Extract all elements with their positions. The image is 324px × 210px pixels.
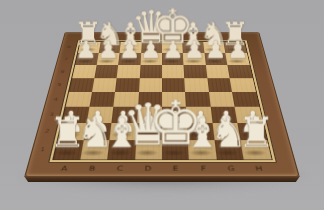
square-g5[interactable] <box>207 78 232 92</box>
square-f7[interactable] <box>183 53 206 65</box>
file-label-e: E <box>162 164 190 174</box>
square-g7[interactable] <box>204 53 227 65</box>
file-label-a: A <box>50 164 80 174</box>
square-a7[interactable] <box>75 53 99 65</box>
square-h8[interactable] <box>223 42 246 53</box>
square-h7[interactable] <box>225 53 249 65</box>
file-label-d: D <box>134 164 162 174</box>
square-f6[interactable] <box>184 65 207 78</box>
square-a5[interactable] <box>69 78 95 92</box>
square-d8[interactable] <box>141 42 162 53</box>
square-h5[interactable] <box>230 78 256 92</box>
square-b5[interactable] <box>92 78 117 92</box>
file-label-f: F <box>190 164 219 174</box>
square-g8[interactable] <box>203 42 225 53</box>
square-c5[interactable] <box>115 78 139 92</box>
square-b6[interactable] <box>94 65 118 78</box>
white-rook-icon: ♜ <box>238 113 275 154</box>
square-e8[interactable] <box>162 42 183 53</box>
square-e7[interactable] <box>162 53 184 65</box>
square-b7[interactable] <box>97 53 120 65</box>
board-near-edge <box>24 176 300 182</box>
square-c7[interactable] <box>118 53 141 65</box>
square-c8[interactable] <box>120 42 142 53</box>
piece-white-rook-h1[interactable]: ♜ <box>240 140 270 159</box>
square-h6[interactable] <box>227 65 252 78</box>
file-label-c: C <box>106 164 135 174</box>
square-d7[interactable] <box>140 53 162 65</box>
file-label-h: H <box>245 164 275 174</box>
square-b8[interactable] <box>99 42 121 53</box>
photo-canvas: ♜♞♝♛♚♝♞♜♟♟♟♟♟♟♟♟♟♟♟♟♟♟♟♟♜♞♝♛♚♝♞♜ ABCDEFG… <box>0 0 324 210</box>
file-label-g: G <box>217 164 246 174</box>
square-d6[interactable] <box>139 65 162 78</box>
square-c6[interactable] <box>117 65 140 78</box>
square-a6[interactable] <box>72 65 97 78</box>
chess-board: ♜♞♝♛♚♝♞♜♟♟♟♟♟♟♟♟♟♟♟♟♟♟♟♟♜♞♝♛♚♝♞♜ ABCDEFG… <box>24 32 300 177</box>
file-labels: ABCDEFGH <box>50 164 275 174</box>
square-g6[interactable] <box>206 65 230 78</box>
file-label-b: B <box>78 164 107 174</box>
square-f8[interactable] <box>182 42 204 53</box>
square-a8[interactable] <box>77 42 100 53</box>
square-e6[interactable] <box>162 65 185 78</box>
